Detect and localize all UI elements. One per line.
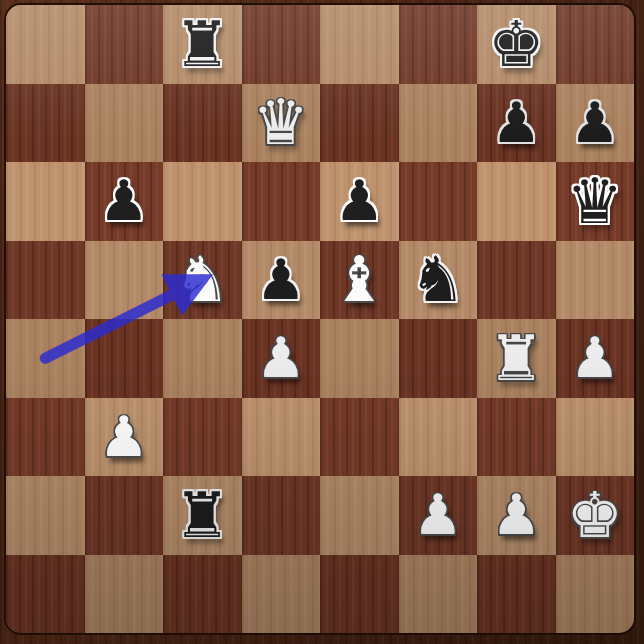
square-g1[interactable] [477, 555, 556, 634]
square-h7[interactable]: ♟ [556, 84, 635, 163]
piece-black-knight-f5[interactable]: ♞ [399, 241, 478, 320]
square-b4[interactable] [85, 319, 164, 398]
square-d4[interactable]: ♟ [242, 319, 321, 398]
square-b6[interactable]: ♟ [85, 162, 164, 241]
square-e7[interactable] [320, 84, 399, 163]
square-d8[interactable] [242, 5, 321, 84]
square-g5[interactable] [477, 241, 556, 320]
square-g8[interactable]: ♚ [477, 5, 556, 84]
square-d5[interactable]: ♟ [242, 241, 321, 320]
square-e3[interactable] [320, 398, 399, 477]
square-b1[interactable] [85, 555, 164, 634]
piece-white-pawn-f2[interactable]: ♟ [399, 476, 478, 555]
square-h8[interactable] [556, 5, 635, 84]
square-f3[interactable] [399, 398, 478, 477]
square-a3[interactable] [6, 398, 85, 477]
square-a2[interactable] [6, 476, 85, 555]
square-b2[interactable] [85, 476, 164, 555]
piece-white-bishop-e5[interactable]: ♝ [320, 241, 399, 320]
square-c3[interactable] [163, 398, 242, 477]
square-b8[interactable] [85, 5, 164, 84]
square-d3[interactable] [242, 398, 321, 477]
chess-board: ♜♚♛♟♟♟♟♛♞♟♝♞♟♜♟♟♜♟♟♚ [6, 5, 634, 633]
square-a8[interactable] [6, 5, 85, 84]
piece-black-king-g8[interactable]: ♚ [477, 5, 556, 84]
square-c5[interactable]: ♞ [163, 241, 242, 320]
square-a6[interactable] [6, 162, 85, 241]
square-b3[interactable]: ♟ [85, 398, 164, 477]
square-g3[interactable] [477, 398, 556, 477]
square-g7[interactable]: ♟ [477, 84, 556, 163]
square-h3[interactable] [556, 398, 635, 477]
piece-white-queen-d7[interactable]: ♛ [242, 84, 321, 163]
square-h2[interactable]: ♚ [556, 476, 635, 555]
square-f7[interactable] [399, 84, 478, 163]
square-f2[interactable]: ♟ [399, 476, 478, 555]
square-d1[interactable] [242, 555, 321, 634]
square-h4[interactable]: ♟ [556, 319, 635, 398]
square-a7[interactable] [6, 84, 85, 163]
piece-white-pawn-d4[interactable]: ♟ [242, 319, 321, 398]
piece-white-pawn-g2[interactable]: ♟ [477, 476, 556, 555]
piece-black-pawn-b6[interactable]: ♟ [85, 162, 164, 241]
square-d6[interactable] [242, 162, 321, 241]
square-c2[interactable]: ♜ [163, 476, 242, 555]
square-h1[interactable] [556, 555, 635, 634]
square-c1[interactable] [163, 555, 242, 634]
square-e1[interactable] [320, 555, 399, 634]
square-g4[interactable]: ♜ [477, 319, 556, 398]
piece-black-pawn-e6[interactable]: ♟ [320, 162, 399, 241]
piece-white-pawn-b3[interactable]: ♟ [85, 398, 164, 477]
piece-white-king-h2[interactable]: ♚ [556, 476, 635, 555]
square-a5[interactable] [6, 241, 85, 320]
square-b5[interactable] [85, 241, 164, 320]
square-c6[interactable] [163, 162, 242, 241]
piece-black-pawn-d5[interactable]: ♟ [242, 241, 321, 320]
square-h6[interactable]: ♛ [556, 162, 635, 241]
square-h5[interactable] [556, 241, 635, 320]
piece-black-rook-c2[interactable]: ♜ [163, 476, 242, 555]
square-c8[interactable]: ♜ [163, 5, 242, 84]
square-f6[interactable] [399, 162, 478, 241]
square-d7[interactable]: ♛ [242, 84, 321, 163]
square-f4[interactable] [399, 319, 478, 398]
square-e4[interactable] [320, 319, 399, 398]
square-f5[interactable]: ♞ [399, 241, 478, 320]
square-f8[interactable] [399, 5, 478, 84]
square-g2[interactable]: ♟ [477, 476, 556, 555]
piece-white-knight-c5[interactable]: ♞ [163, 241, 242, 320]
square-c4[interactable] [163, 319, 242, 398]
piece-black-queen-h6[interactable]: ♛ [556, 162, 635, 241]
piece-white-rook-g4[interactable]: ♜ [477, 319, 556, 398]
square-a4[interactable] [6, 319, 85, 398]
square-d2[interactable] [242, 476, 321, 555]
square-b7[interactable] [85, 84, 164, 163]
square-c7[interactable] [163, 84, 242, 163]
square-e2[interactable] [320, 476, 399, 555]
square-a1[interactable] [6, 555, 85, 634]
square-e8[interactable] [320, 5, 399, 84]
piece-black-rook-c8[interactable]: ♜ [163, 5, 242, 84]
chess-app-stage: ♜♚♛♟♟♟♟♛♞♟♝♞♟♜♟♟♜♟♟♚ [0, 0, 644, 644]
piece-black-pawn-g7[interactable]: ♟ [477, 84, 556, 163]
piece-black-pawn-h7[interactable]: ♟ [556, 84, 635, 163]
piece-white-pawn-h4[interactable]: ♟ [556, 319, 635, 398]
square-e6[interactable]: ♟ [320, 162, 399, 241]
square-e5[interactable]: ♝ [320, 241, 399, 320]
square-g6[interactable] [477, 162, 556, 241]
square-f1[interactable] [399, 555, 478, 634]
